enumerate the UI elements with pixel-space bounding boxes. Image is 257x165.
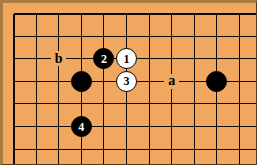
- stone-black-move-2: 2: [93, 48, 114, 69]
- stone-number: 1: [124, 53, 130, 65]
- stone-white-move-1: 1: [116, 48, 137, 69]
- stone-black: [206, 71, 227, 92]
- stone-number: 4: [78, 121, 84, 133]
- stone-number: 3: [124, 75, 130, 87]
- stone-black: [71, 71, 92, 92]
- go-board-diagram: ba2413: [0, 0, 257, 165]
- stone-black-move-4: 4: [71, 116, 92, 137]
- stones-layer: ba2413: [2, 2, 257, 165]
- point-label-a: a: [164, 74, 179, 89]
- stone-white-move-3: 3: [116, 71, 137, 92]
- point-label-b: b: [51, 51, 66, 66]
- stone-number: 2: [101, 53, 107, 65]
